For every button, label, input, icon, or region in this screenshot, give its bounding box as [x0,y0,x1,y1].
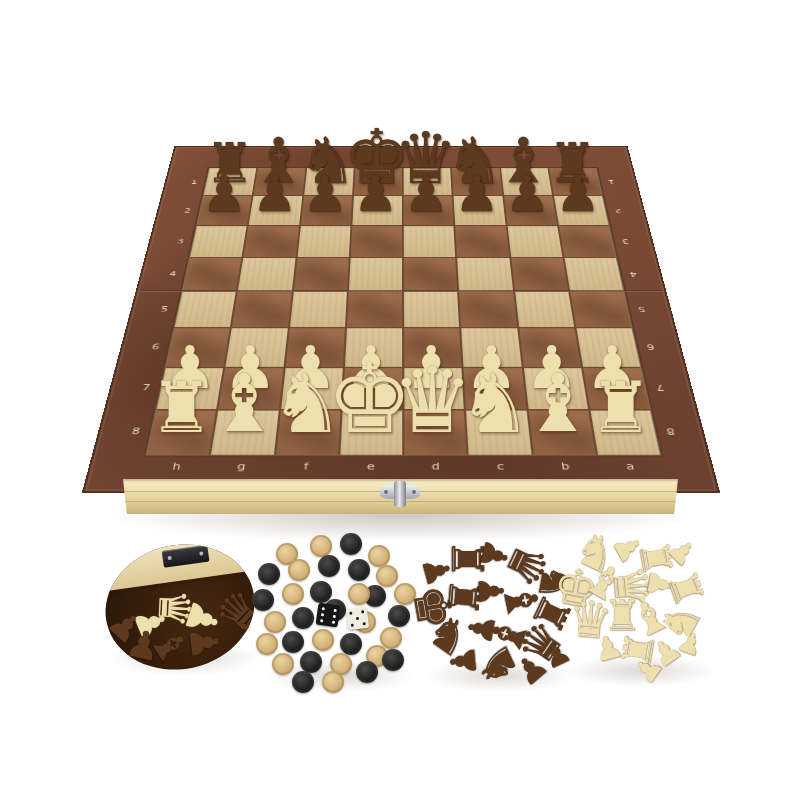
square-a5 [570,292,631,327]
square-a1 [549,168,602,195]
file-label-h: h [167,462,185,472]
square-f2 [301,196,352,225]
white-die [346,607,369,630]
checker-disc-light-3 [368,545,390,567]
metal-clasp [380,481,420,507]
square-g1 [254,168,305,195]
square-h4 [183,258,242,291]
checker-disc-light-15 [264,611,286,633]
rank-label-left-8: 8 [127,426,145,435]
square-c4 [457,258,512,291]
file-label-b: b [556,462,574,472]
file-label-d: d [427,462,444,472]
die-pip [357,622,360,625]
square-a6 [576,328,640,366]
square-d6 [404,328,461,366]
square-g5 [232,292,291,327]
square-g3 [244,226,299,257]
square-e7 [342,368,402,409]
checker-disc-dark-22 [340,633,362,655]
clasp-barrel [394,481,406,507]
square-f3 [297,226,350,257]
board-frame: 1122334455667788hgfedcba [82,146,720,493]
square-h3 [190,226,247,257]
square-f5 [289,292,346,327]
hinge-screw [199,551,204,556]
die-pip [320,618,323,621]
rank-label-left-5: 5 [157,305,173,312]
square-e1 [354,168,402,195]
square-c5 [459,292,516,327]
checker-disc-light-8 [376,565,398,587]
square-c6 [462,328,522,366]
square-b5 [515,292,574,327]
square-e4 [349,258,402,291]
square-e3 [351,226,402,257]
die-pip [325,619,328,622]
rank-label-left-6: 6 [147,343,164,351]
square-c3 [455,226,508,257]
square-f1 [304,168,354,195]
front-pine-edge [123,479,678,514]
checker-disc-light-21 [312,629,334,651]
checker-disc-dark-6 [318,555,340,577]
square-d4 [404,258,457,291]
die-pip [327,607,330,610]
file-label-e: e [363,462,380,472]
die-pip [350,618,353,621]
checker-disc-dark-25 [300,651,322,673]
checker-disc-light-31 [348,583,370,605]
square-e8 [340,410,402,454]
square-a3 [559,226,616,257]
checker-disc-dark-4 [258,563,280,585]
chess-board-3d: 1122334455667788hgfedcba [82,146,720,493]
square-d1 [404,168,452,195]
square-f8 [276,410,341,454]
die-pip [331,620,334,623]
square-d2 [404,196,454,225]
die-pip [361,616,364,619]
die-pip [362,622,365,625]
storage-piece-6: ♟ [183,624,225,662]
clasp-screw [412,490,416,494]
square-f7 [281,368,343,409]
square-g4 [238,258,295,291]
inset-light-pieces-pile: ♞♟♜♟♚♝♛♟♜♛♜♝♞♟♜♟♟♟ [556,532,716,687]
square-h1 [204,168,257,195]
board-grid [147,168,660,454]
board-fold-seam [139,290,662,292]
checker-disc-light-28 [322,671,344,693]
checker-disc-dark-30 [382,649,404,671]
square-h8 [147,410,216,454]
inset-checkers-and-dice [255,540,415,695]
product-photo-stage: 1122334455667788hgfedcba ♜♝♞♛♚♞♝♜♟♟♟♟♟♟♟… [0,0,800,800]
rank-label-right-1: 1 [604,179,618,185]
square-b7 [523,368,587,409]
checker-disc-dark-10 [252,589,274,611]
square-h6 [166,328,230,366]
square-b6 [519,328,581,366]
rank-label-right-8: 8 [661,426,679,435]
checker-disc-dark-27 [356,661,378,683]
checker-disc-light-18 [380,627,402,649]
rank-label-left-7: 7 [138,383,155,391]
file-label-a: a [621,462,639,472]
checker-disc-dark-16 [292,607,314,629]
square-g2 [249,196,302,225]
square-d5 [404,292,459,327]
file-label-f: f [298,462,315,472]
square-g8 [211,410,278,454]
checker-disc-dark-2 [340,533,362,555]
square-a2 [554,196,609,225]
die-pip [356,617,359,620]
checker-disc-dark-20 [282,631,304,653]
checker-disc-light-5 [288,559,310,581]
rank-label-right-4: 4 [625,270,640,277]
die-pip [350,612,353,615]
die-pip [333,608,336,611]
square-b1 [501,168,552,195]
square-g7 [219,368,283,409]
rank-label-left-1: 1 [187,179,201,185]
die-pip [320,612,323,615]
square-a7 [583,368,650,409]
square-d3 [404,226,456,257]
rank-label-left-4: 4 [165,270,180,277]
die-pip [361,611,364,614]
file-label-g: g [232,462,250,472]
square-h5 [175,292,236,327]
rank-label-left-2: 2 [180,207,194,213]
checker-disc-light-19 [256,633,278,655]
square-c8 [466,410,531,454]
square-c7 [464,368,526,409]
square-b4 [511,258,568,291]
rank-label-right-7: 7 [651,383,668,391]
square-c2 [454,196,505,225]
square-f6 [285,328,344,366]
square-b8 [528,410,595,454]
checker-disc-light-24 [272,653,294,675]
die-pip [332,614,335,617]
rank-label-right-5: 5 [634,305,650,312]
square-g6 [226,328,288,366]
checker-disc-dark-7 [348,559,370,581]
die-pip [351,623,354,626]
rank-label-left-3: 3 [173,238,188,244]
square-d8 [404,410,466,454]
rank-label-right-2: 2 [611,207,625,213]
die-pip [321,607,324,610]
square-h7 [157,368,223,409]
checker-disc-dark-29 [292,671,314,693]
square-b3 [507,226,562,257]
die-pip [326,613,329,616]
square-h2 [197,196,252,225]
hinge-screw [167,556,172,561]
square-c1 [452,168,502,195]
checker-disc-light-11 [282,583,304,605]
black-die [316,603,341,628]
square-e6 [345,328,402,366]
clasp-screw [384,490,388,494]
square-b2 [504,196,557,225]
square-a4 [564,258,623,291]
checker-disc-light-1 [310,535,332,557]
square-f4 [293,258,348,291]
square-d7 [404,368,464,409]
rank-label-right-3: 3 [618,238,633,244]
rank-label-right-6: 6 [642,343,659,351]
file-label-c: c [492,462,509,472]
square-a8 [590,410,660,454]
square-e2 [352,196,402,225]
die-pip [355,611,358,614]
square-e5 [347,292,402,327]
